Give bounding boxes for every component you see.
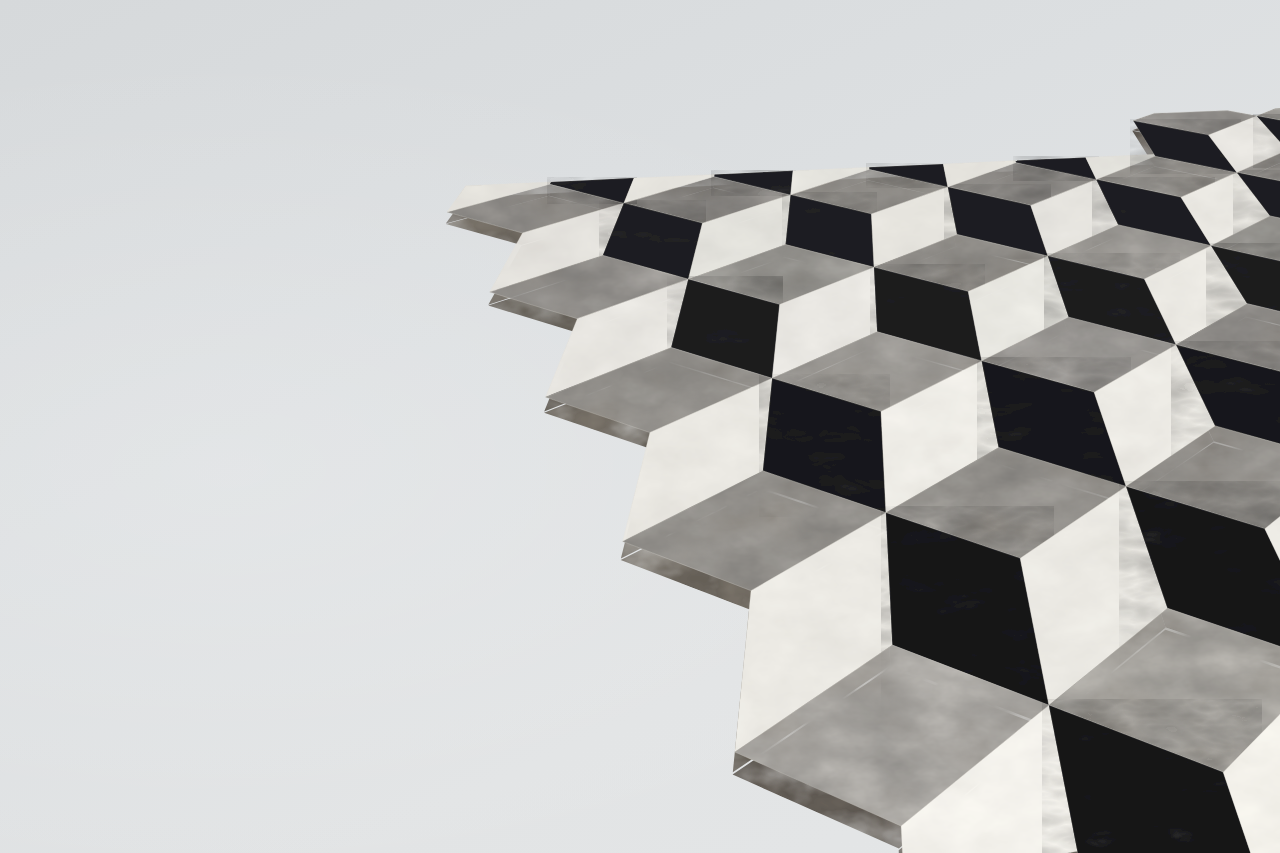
tile-layer	[447, 106, 1280, 853]
studio-backdrop	[0, 0, 1280, 853]
tumbling-blocks-tabletop	[0, 0, 1280, 853]
